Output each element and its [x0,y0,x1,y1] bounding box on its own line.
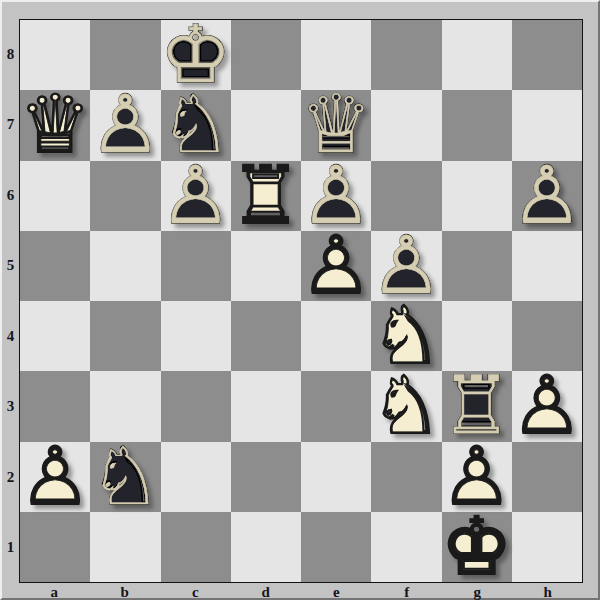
square-e7[interactable]: ♛♕ [301,90,371,160]
square-f1[interactable] [371,512,441,582]
square-d4[interactable] [231,301,301,371]
square-f2[interactable] [371,442,441,512]
square-b8[interactable] [90,20,160,90]
square-f5[interactable]: ♟♙ [371,231,441,301]
square-e3[interactable] [301,371,371,441]
square-b7[interactable]: ♟♙ [90,90,160,160]
square-e2[interactable] [301,442,371,512]
piece-white-rook-d6[interactable]: ♜♖ [231,161,301,231]
square-g2[interactable]: ♟♙ [442,442,512,512]
square-a4[interactable] [20,301,90,371]
square-c3[interactable] [161,371,231,441]
rank-label-1: 1 [2,513,19,584]
board-frame: 87654321 ♚♔♛♕♟♙♞♘♛♕♟♙♜♖♟♙♟♙♟♙♟♙♞♘♞♘♜♖♟♙♟… [0,0,600,600]
rank-label-7: 7 [2,90,19,161]
piece-white-queen-a7[interactable]: ♛♕ [20,90,90,160]
square-h6[interactable]: ♟♙ [512,161,582,231]
square-c7[interactable]: ♞♘ [161,90,231,160]
white-knight-outline: ♘ [371,371,441,441]
black-knight-glyph: ♞ [161,90,231,160]
square-d3[interactable] [231,371,301,441]
piece-white-pawn-g2[interactable]: ♟♙ [442,442,512,512]
square-g7[interactable] [442,90,512,160]
white-queen-glyph: ♛ [20,90,90,160]
square-h8[interactable] [512,20,582,90]
black-pawn-glyph: ♟ [371,231,441,301]
rank-label-8: 8 [2,19,19,90]
square-b3[interactable] [90,371,160,441]
file-labels: abcdefgh [19,583,583,599]
square-f8[interactable] [371,20,441,90]
piece-black-queen-e7[interactable]: ♛♕ [301,90,371,160]
file-label-a: a [19,583,90,600]
square-e1[interactable] [301,512,371,582]
square-c8[interactable]: ♚♔ [161,20,231,90]
square-e8[interactable] [301,20,371,90]
chess-board: ♚♔♛♕♟♙♞♘♛♕♟♙♜♖♟♙♟♙♟♙♟♙♞♘♞♘♜♖♟♙♟♙♞♘♟♙♚♔ [19,19,583,583]
black-pawn-glyph: ♟ [90,90,160,160]
square-f6[interactable] [371,161,441,231]
white-pawn-outline: ♙ [301,231,371,301]
piece-white-king-g1[interactable]: ♚♔ [442,512,512,582]
square-d5[interactable] [231,231,301,301]
black-rook-outline: ♖ [442,371,512,441]
square-c4[interactable] [161,301,231,371]
square-b5[interactable] [90,231,160,301]
square-a2[interactable]: ♟♙ [20,442,90,512]
piece-black-pawn-h6[interactable]: ♟♙ [512,161,582,231]
square-a7[interactable]: ♛♕ [20,90,90,160]
black-queen-glyph: ♛ [301,90,371,160]
square-a5[interactable] [20,231,90,301]
piece-white-pawn-a2[interactable]: ♟♙ [20,442,90,512]
square-f3[interactable]: ♞♘ [371,371,441,441]
square-g5[interactable] [442,231,512,301]
piece-black-pawn-c6[interactable]: ♟♙ [161,161,231,231]
black-queen-outline: ♕ [301,90,371,160]
square-h4[interactable] [512,301,582,371]
square-h1[interactable] [512,512,582,582]
piece-white-knight-f3[interactable]: ♞♘ [371,371,441,441]
square-h2[interactable] [512,442,582,512]
piece-black-pawn-e6[interactable]: ♟♙ [301,161,371,231]
white-pawn-glyph: ♟ [301,231,371,301]
black-pawn-glyph: ♟ [301,161,371,231]
square-g3[interactable]: ♜♖ [442,371,512,441]
black-pawn-outline: ♙ [161,161,231,231]
black-pawn-outline: ♙ [90,90,160,160]
file-label-h: h [513,583,584,600]
white-pawn-glyph: ♟ [20,442,90,512]
square-a6[interactable] [20,161,90,231]
white-king-glyph: ♚ [442,512,512,582]
rank-label-2: 2 [2,442,19,513]
square-e6[interactable]: ♟♙ [301,161,371,231]
white-rook-glyph: ♜ [231,161,301,231]
square-e5[interactable]: ♟♙ [301,231,371,301]
square-b1[interactable] [90,512,160,582]
black-king-outline: ♔ [161,20,231,90]
file-label-f: f [372,583,443,600]
black-pawn-outline: ♙ [512,161,582,231]
white-knight-glyph: ♞ [371,301,441,371]
square-g6[interactable] [442,161,512,231]
white-knight-outline: ♘ [371,301,441,371]
square-a1[interactable] [20,512,90,582]
black-knight-outline: ♘ [161,90,231,160]
file-label-g: g [442,583,513,600]
white-knight-glyph: ♞ [371,371,441,441]
piece-black-knight-c7[interactable]: ♞♘ [161,90,231,160]
rank-label-3: 3 [2,372,19,443]
white-pawn-glyph: ♟ [442,442,512,512]
file-label-d: d [231,583,302,600]
square-c6[interactable]: ♟♙ [161,161,231,231]
white-pawn-glyph: ♟ [512,371,582,441]
square-a3[interactable] [20,371,90,441]
piece-black-pawn-b7[interactable]: ♟♙ [90,90,160,160]
black-knight-outline: ♘ [90,442,160,512]
square-b6[interactable] [90,161,160,231]
square-c5[interactable] [161,231,231,301]
white-pawn-outline: ♙ [512,371,582,441]
square-b4[interactable] [90,301,160,371]
white-rook-outline: ♖ [231,161,301,231]
square-e4[interactable] [301,301,371,371]
square-d6[interactable]: ♜♖ [231,161,301,231]
black-pawn-outline: ♙ [301,161,371,231]
piece-black-king-c8[interactable]: ♚♔ [161,20,231,90]
square-d8[interactable] [231,20,301,90]
white-king-outline: ♔ [442,512,512,582]
black-knight-glyph: ♞ [90,442,160,512]
square-c1[interactable] [161,512,231,582]
black-pawn-glyph: ♟ [512,161,582,231]
piece-white-pawn-h3[interactable]: ♟♙ [512,371,582,441]
black-pawn-glyph: ♟ [161,161,231,231]
piece-black-rook-g3[interactable]: ♜♖ [442,371,512,441]
square-d1[interactable] [231,512,301,582]
file-label-e: e [301,583,372,600]
file-label-c: c [160,583,231,600]
square-b2[interactable]: ♞♘ [90,442,160,512]
file-label-b: b [90,583,161,600]
square-c2[interactable] [161,442,231,512]
piece-white-pawn-e5[interactable]: ♟♙ [301,231,371,301]
square-g4[interactable] [442,301,512,371]
piece-black-knight-b2[interactable]: ♞♘ [90,442,160,512]
black-pawn-outline: ♙ [371,231,441,301]
rank-label-6: 6 [2,160,19,231]
black-rook-glyph: ♜ [442,371,512,441]
square-d7[interactable] [231,90,301,160]
piece-black-pawn-f5[interactable]: ♟♙ [371,231,441,301]
white-pawn-outline: ♙ [20,442,90,512]
square-f7[interactable] [371,90,441,160]
rank-label-5: 5 [2,231,19,302]
white-queen-outline: ♕ [20,90,90,160]
square-h5[interactable] [512,231,582,301]
rank-label-4: 4 [2,301,19,372]
square-f4[interactable]: ♞♘ [371,301,441,371]
square-a8[interactable] [20,20,90,90]
square-d2[interactable] [231,442,301,512]
rank-labels: 87654321 [2,19,19,583]
piece-white-knight-f4[interactable]: ♞♘ [371,301,441,371]
square-h3[interactable]: ♟♙ [512,371,582,441]
square-g1[interactable]: ♚♔ [442,512,512,582]
white-pawn-outline: ♙ [442,442,512,512]
square-h7[interactable] [512,90,582,160]
black-king-glyph: ♚ [161,20,231,90]
square-g8[interactable] [442,20,512,90]
